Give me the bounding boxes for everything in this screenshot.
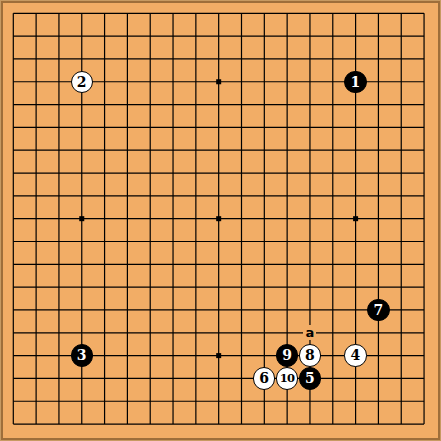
stone-black-5: 5	[299, 367, 321, 389]
stone-white-8: 8	[299, 344, 321, 366]
stone-number: 8	[305, 348, 315, 362]
stone-white-4: 4	[344, 344, 366, 366]
stone-number: 1	[351, 75, 361, 89]
stone-number: 3	[77, 348, 87, 362]
point-label-text: a	[303, 325, 316, 340]
stones-layer: 12345678910a	[2, 2, 435, 435]
stone-number: 4	[351, 348, 361, 362]
board-frame: 12345678910a	[0, 0, 441, 441]
go-board: 12345678910a	[3, 3, 438, 438]
stone-white-6: 6	[253, 367, 275, 389]
stone-black-7: 7	[367, 299, 389, 321]
stone-number: 9	[282, 348, 292, 362]
stone-number: 2	[77, 75, 87, 89]
stone-white-10: 10	[276, 367, 298, 389]
stone-number: 5	[305, 371, 315, 385]
point-label-a: a	[298, 321, 321, 344]
stone-number: 6	[259, 371, 269, 385]
stone-black-1: 1	[344, 71, 366, 93]
stone-black-9: 9	[276, 344, 298, 366]
stone-white-2: 2	[71, 71, 93, 93]
stone-number: 10	[280, 373, 295, 385]
stone-black-3: 3	[71, 344, 93, 366]
stone-number: 7	[373, 303, 383, 317]
